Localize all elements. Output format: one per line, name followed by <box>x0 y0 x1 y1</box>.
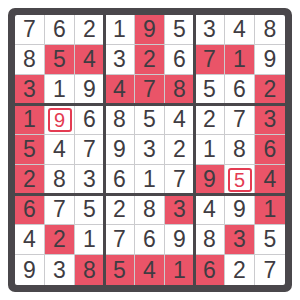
cell-r3c6[interactable]: 8 <box>165 75 195 105</box>
cell-r6c4[interactable]: 6 <box>105 165 135 195</box>
outlined-digit: 5 <box>228 168 252 192</box>
cell-r7c2[interactable]: 7 <box>45 195 75 225</box>
cell-r8c8[interactable]: 3 <box>225 225 255 255</box>
cell-r1c4[interactable]: 1 <box>105 15 135 45</box>
cell-r5c9[interactable]: 6 <box>255 135 285 165</box>
cell-r1c3[interactable]: 2 <box>75 15 105 45</box>
cell-r1c9[interactable]: 8 <box>255 15 285 45</box>
cell-r5c3[interactable]: 7 <box>75 135 105 165</box>
outlined-digit: 9 <box>48 108 72 132</box>
sudoku-grid: 7621953488543267193194785621968542735479… <box>15 15 285 285</box>
cell-r8c2[interactable]: 2 <box>45 225 75 255</box>
cell-r9c2[interactable]: 3 <box>45 255 75 285</box>
cell-r2c7[interactable]: 7 <box>195 45 225 75</box>
cell-r1c5[interactable]: 9 <box>135 15 165 45</box>
cell-r3c7[interactable]: 5 <box>195 75 225 105</box>
cell-r9c4[interactable]: 5 <box>105 255 135 285</box>
cell-r7c1[interactable]: 6 <box>15 195 45 225</box>
cell-r6c3[interactable]: 3 <box>75 165 105 195</box>
cell-r2c4[interactable]: 3 <box>105 45 135 75</box>
cell-r4c5[interactable]: 5 <box>135 105 165 135</box>
cell-r7c3[interactable]: 5 <box>75 195 105 225</box>
cell-r9c9[interactable]: 7 <box>255 255 285 285</box>
cell-r5c2[interactable]: 4 <box>45 135 75 165</box>
cell-r1c1[interactable]: 7 <box>15 15 45 45</box>
cell-r1c7[interactable]: 3 <box>195 15 225 45</box>
cell-r2c3[interactable]: 4 <box>75 45 105 75</box>
cell-r1c6[interactable]: 5 <box>165 15 195 45</box>
cell-r4c7[interactable]: 2 <box>195 105 225 135</box>
cell-r6c2[interactable]: 8 <box>45 165 75 195</box>
cell-r2c9[interactable]: 9 <box>255 45 285 75</box>
cell-r4c6[interactable]: 4 <box>165 105 195 135</box>
cell-r8c1[interactable]: 4 <box>15 225 45 255</box>
cell-r4c1[interactable]: 1 <box>15 105 45 135</box>
cell-r9c8[interactable]: 2 <box>225 255 255 285</box>
cell-r5c4[interactable]: 9 <box>105 135 135 165</box>
cell-r9c1[interactable]: 9 <box>15 255 45 285</box>
cell-r6c6[interactable]: 7 <box>165 165 195 195</box>
cell-r4c3[interactable]: 6 <box>75 105 105 135</box>
cell-r1c2[interactable]: 6 <box>45 15 75 45</box>
cell-r9c6[interactable]: 1 <box>165 255 195 285</box>
cell-r3c8[interactable]: 6 <box>225 75 255 105</box>
cell-r7c9[interactable]: 1 <box>255 195 285 225</box>
cell-r2c6[interactable]: 6 <box>165 45 195 75</box>
cell-r7c6[interactable]: 3 <box>165 195 195 225</box>
cell-r4c2[interactable]: 9 <box>45 105 75 135</box>
cell-r6c8[interactable]: 5 <box>225 165 255 195</box>
cell-r5c1[interactable]: 5 <box>15 135 45 165</box>
cell-r3c4[interactable]: 4 <box>105 75 135 105</box>
cell-r8c9[interactable]: 5 <box>255 225 285 255</box>
cell-r7c8[interactable]: 9 <box>225 195 255 225</box>
cell-r9c7[interactable]: 6 <box>195 255 225 285</box>
cell-r2c2[interactable]: 5 <box>45 45 75 75</box>
cell-r5c7[interactable]: 1 <box>195 135 225 165</box>
cell-r3c9[interactable]: 2 <box>255 75 285 105</box>
cell-r7c5[interactable]: 8 <box>135 195 165 225</box>
cell-r2c8[interactable]: 1 <box>225 45 255 75</box>
cell-r6c5[interactable]: 1 <box>135 165 165 195</box>
cell-r4c4[interactable]: 8 <box>105 105 135 135</box>
cell-r4c9[interactable]: 3 <box>255 105 285 135</box>
cell-r3c5[interactable]: 7 <box>135 75 165 105</box>
cell-r6c9[interactable]: 4 <box>255 165 285 195</box>
cell-r3c2[interactable]: 1 <box>45 75 75 105</box>
cell-r6c7[interactable]: 9 <box>195 165 225 195</box>
sudoku-board: 7621953488543267193194785621968542735479… <box>8 8 292 292</box>
cell-r4c8[interactable]: 7 <box>225 105 255 135</box>
cell-r8c5[interactable]: 6 <box>135 225 165 255</box>
cell-r9c3[interactable]: 8 <box>75 255 105 285</box>
cell-r7c4[interactable]: 2 <box>105 195 135 225</box>
cell-r1c8[interactable]: 4 <box>225 15 255 45</box>
cell-r7c7[interactable]: 4 <box>195 195 225 225</box>
cell-r3c3[interactable]: 9 <box>75 75 105 105</box>
cell-r8c6[interactable]: 9 <box>165 225 195 255</box>
cell-r2c5[interactable]: 2 <box>135 45 165 75</box>
cell-r9c5[interactable]: 4 <box>135 255 165 285</box>
cell-r6c1[interactable]: 2 <box>15 165 45 195</box>
cell-r8c7[interactable]: 8 <box>195 225 225 255</box>
cell-r3c1[interactable]: 3 <box>15 75 45 105</box>
cell-r5c5[interactable]: 3 <box>135 135 165 165</box>
cell-r2c1[interactable]: 8 <box>15 45 45 75</box>
cell-r8c4[interactable]: 7 <box>105 225 135 255</box>
cell-r5c8[interactable]: 8 <box>225 135 255 165</box>
cell-r5c6[interactable]: 2 <box>165 135 195 165</box>
cell-r8c3[interactable]: 1 <box>75 225 105 255</box>
